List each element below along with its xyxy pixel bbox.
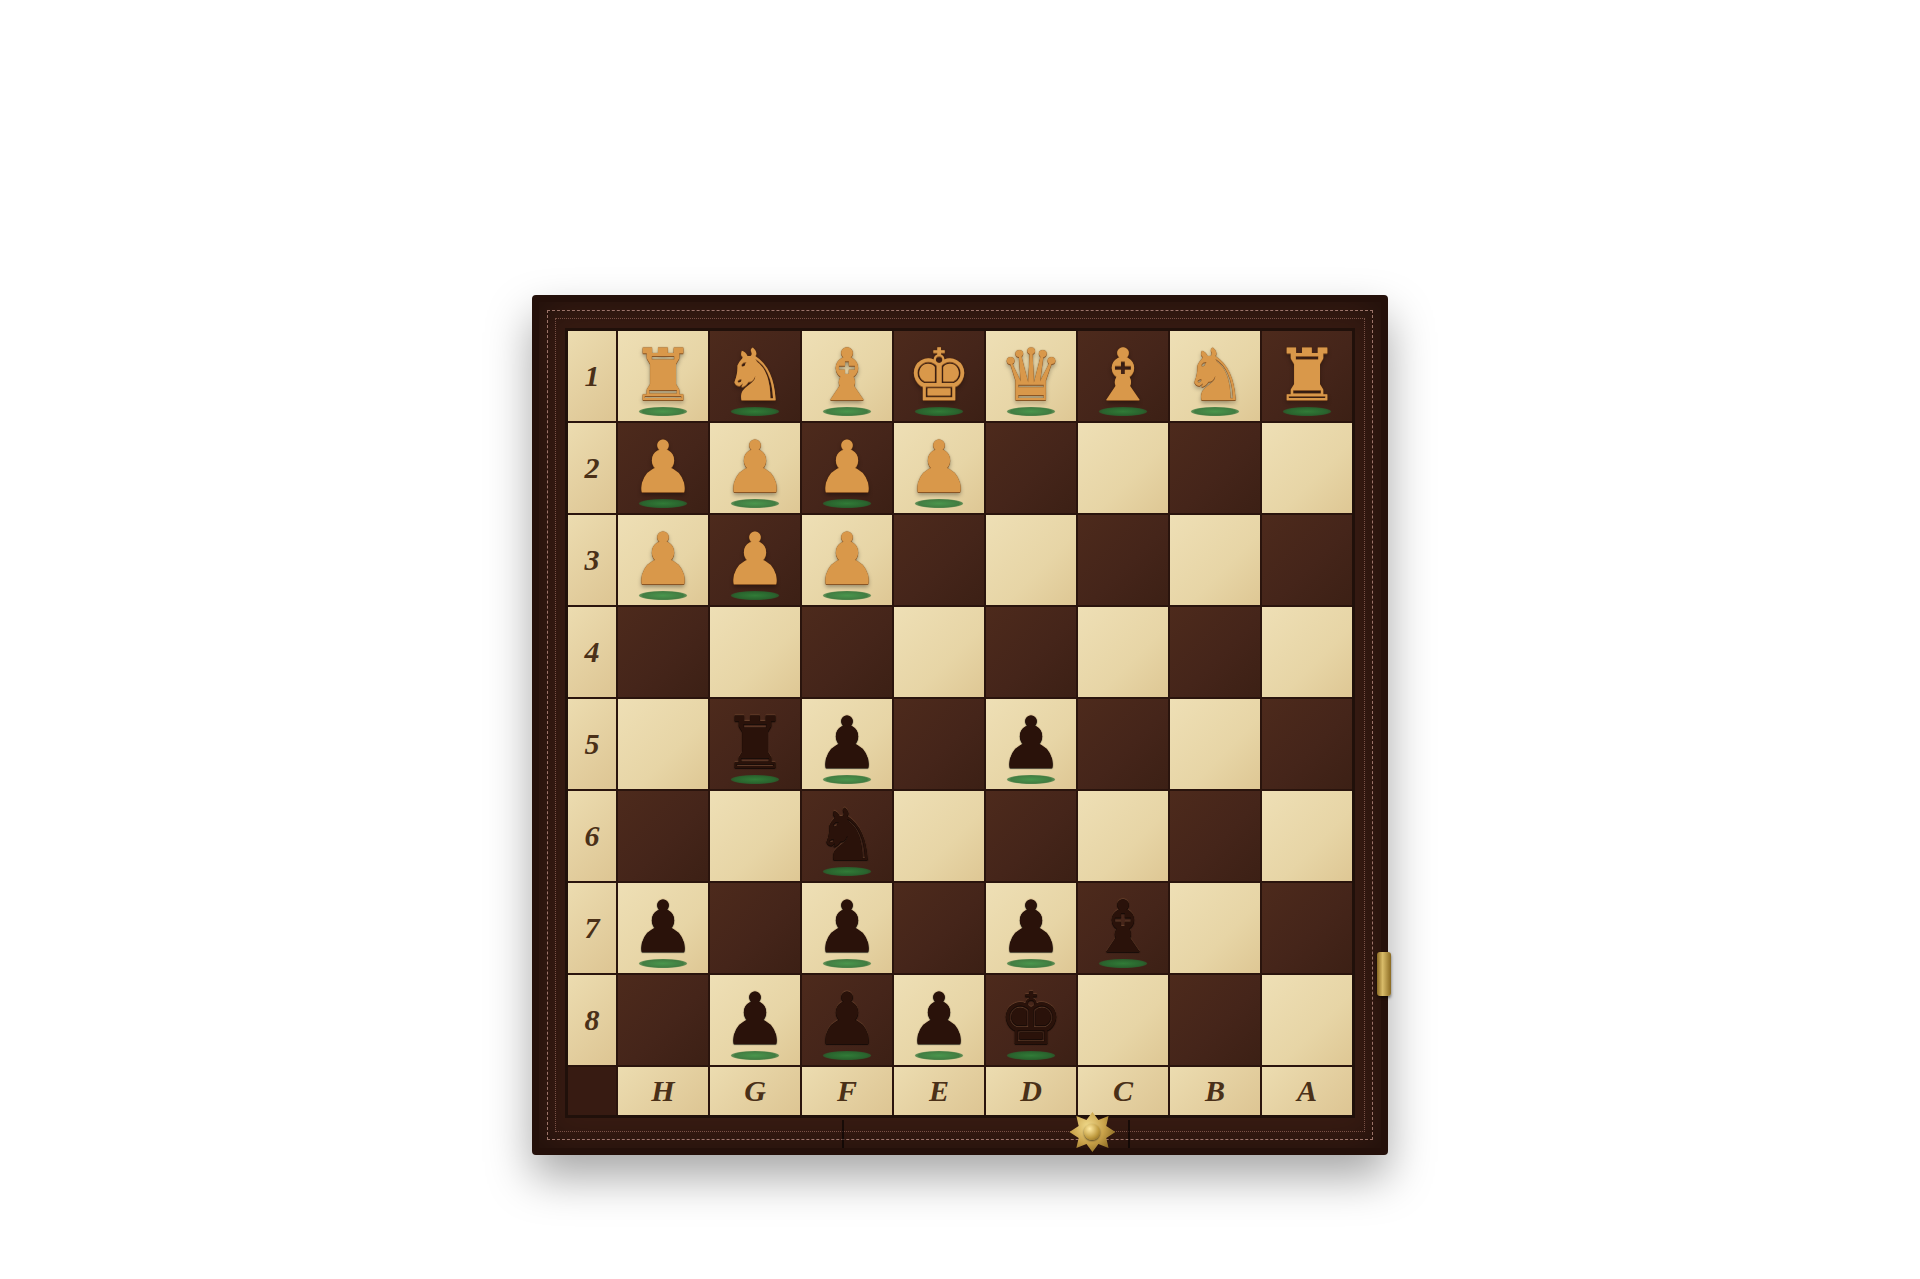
brass-clasp-icon bbox=[1069, 1112, 1115, 1152]
file-label-F: F bbox=[802, 1067, 892, 1115]
square-b2 bbox=[1170, 423, 1260, 513]
square-c2 bbox=[1078, 423, 1168, 513]
square-h2: ♟ bbox=[618, 423, 708, 513]
square-g5: ♜ bbox=[710, 699, 800, 789]
rank-label-7: 7 bbox=[568, 883, 616, 973]
square-c7: ♝ bbox=[1078, 883, 1168, 973]
square-e8: ♟ bbox=[894, 975, 984, 1065]
rank-label-6: 6 bbox=[568, 791, 616, 881]
board-frame: 1♜♞♝♚♛♝♞♜2♟♟♟♟3♟♟♟45♜♟♟6♞7♟♟♟♝8♟♟♟♚HGFED… bbox=[532, 295, 1388, 1155]
black-pawn: ♟ bbox=[723, 977, 788, 1063]
square-h1: ♜ bbox=[618, 331, 708, 421]
white-bishop: ♝ bbox=[815, 333, 880, 419]
square-f6: ♞ bbox=[802, 791, 892, 881]
square-a1: ♜ bbox=[1262, 331, 1352, 421]
square-c3 bbox=[1078, 515, 1168, 605]
square-h6 bbox=[618, 791, 708, 881]
square-h7: ♟ bbox=[618, 883, 708, 973]
white-queen: ♛ bbox=[999, 333, 1064, 419]
square-a4 bbox=[1262, 607, 1352, 697]
square-b8 bbox=[1170, 975, 1260, 1065]
white-pawn: ♟ bbox=[723, 517, 788, 603]
square-a2 bbox=[1262, 423, 1352, 513]
square-g2: ♟ bbox=[710, 423, 800, 513]
square-c4 bbox=[1078, 607, 1168, 697]
square-c6 bbox=[1078, 791, 1168, 881]
square-d6 bbox=[986, 791, 1076, 881]
file-label-G: G bbox=[710, 1067, 800, 1115]
square-a8 bbox=[1262, 975, 1352, 1065]
square-h5 bbox=[618, 699, 708, 789]
square-b5 bbox=[1170, 699, 1260, 789]
square-g1: ♞ bbox=[710, 331, 800, 421]
black-pawn: ♟ bbox=[999, 885, 1064, 971]
square-e5 bbox=[894, 699, 984, 789]
square-f1: ♝ bbox=[802, 331, 892, 421]
square-g4 bbox=[710, 607, 800, 697]
frame-seam bbox=[1128, 1120, 1130, 1148]
square-d8: ♚ bbox=[986, 975, 1076, 1065]
black-bishop: ♝ bbox=[1091, 885, 1156, 971]
square-c1: ♝ bbox=[1078, 331, 1168, 421]
square-a6 bbox=[1262, 791, 1352, 881]
black-rook: ♜ bbox=[723, 701, 788, 787]
square-f3: ♟ bbox=[802, 515, 892, 605]
black-pawn: ♟ bbox=[815, 701, 880, 787]
white-pawn: ♟ bbox=[631, 425, 696, 511]
white-king: ♚ bbox=[907, 333, 972, 419]
white-rook: ♜ bbox=[1275, 333, 1340, 419]
square-f4 bbox=[802, 607, 892, 697]
square-d5: ♟ bbox=[986, 699, 1076, 789]
square-f5: ♟ bbox=[802, 699, 892, 789]
square-f7: ♟ bbox=[802, 883, 892, 973]
square-h3: ♟ bbox=[618, 515, 708, 605]
white-knight: ♞ bbox=[723, 333, 788, 419]
white-knight: ♞ bbox=[1183, 333, 1248, 419]
square-g7 bbox=[710, 883, 800, 973]
square-g3: ♟ bbox=[710, 515, 800, 605]
square-e6 bbox=[894, 791, 984, 881]
black-pawn: ♟ bbox=[907, 977, 972, 1063]
square-b1: ♞ bbox=[1170, 331, 1260, 421]
white-pawn: ♟ bbox=[815, 425, 880, 511]
brass-knob bbox=[1084, 1124, 1100, 1140]
square-b4 bbox=[1170, 607, 1260, 697]
square-a5 bbox=[1262, 699, 1352, 789]
square-e7 bbox=[894, 883, 984, 973]
square-c5 bbox=[1078, 699, 1168, 789]
product-photo-scene: 1♜♞♝♚♛♝♞♜2♟♟♟♟3♟♟♟45♜♟♟6♞7♟♟♟♝8♟♟♟♚HGFED… bbox=[0, 0, 1920, 1279]
rank-label-2: 2 bbox=[568, 423, 616, 513]
white-pawn: ♟ bbox=[907, 425, 972, 511]
black-pawn: ♟ bbox=[815, 885, 880, 971]
white-rook: ♜ bbox=[631, 333, 696, 419]
frame-seam bbox=[842, 1120, 844, 1148]
square-d3 bbox=[986, 515, 1076, 605]
square-c8 bbox=[1078, 975, 1168, 1065]
file-label-A: A bbox=[1262, 1067, 1352, 1115]
square-e1: ♚ bbox=[894, 331, 984, 421]
square-b6 bbox=[1170, 791, 1260, 881]
rank-label-8: 8 bbox=[568, 975, 616, 1065]
square-b3 bbox=[1170, 515, 1260, 605]
square-h4 bbox=[618, 607, 708, 697]
chess-board-wrap: 1♜♞♝♚♛♝♞♜2♟♟♟♟3♟♟♟45♜♟♟6♞7♟♟♟♝8♟♟♟♚HGFED… bbox=[532, 295, 1388, 1155]
square-g6 bbox=[710, 791, 800, 881]
rank-label-1: 1 bbox=[568, 331, 616, 421]
square-e4 bbox=[894, 607, 984, 697]
file-label-E: E bbox=[894, 1067, 984, 1115]
chess-board: 1♜♞♝♚♛♝♞♜2♟♟♟♟3♟♟♟45♜♟♟6♞7♟♟♟♝8♟♟♟♚HGFED… bbox=[565, 328, 1355, 1118]
black-pawn: ♟ bbox=[631, 885, 696, 971]
square-a7 bbox=[1262, 883, 1352, 973]
square-d1: ♛ bbox=[986, 331, 1076, 421]
square-e3 bbox=[894, 515, 984, 605]
file-label-D: D bbox=[986, 1067, 1076, 1115]
white-bishop: ♝ bbox=[1091, 333, 1156, 419]
square-d4 bbox=[986, 607, 1076, 697]
black-pawn: ♟ bbox=[815, 977, 880, 1063]
square-g8: ♟ bbox=[710, 975, 800, 1065]
square-d2 bbox=[986, 423, 1076, 513]
file-label-C: C bbox=[1078, 1067, 1168, 1115]
rank-label-5: 5 bbox=[568, 699, 616, 789]
brass-hinge-icon bbox=[1377, 952, 1391, 996]
file-label-H: H bbox=[618, 1067, 708, 1115]
square-b7 bbox=[1170, 883, 1260, 973]
border-corner bbox=[568, 1067, 616, 1115]
black-knight: ♞ bbox=[815, 793, 880, 879]
rank-label-3: 3 bbox=[568, 515, 616, 605]
square-d7: ♟ bbox=[986, 883, 1076, 973]
square-h8 bbox=[618, 975, 708, 1065]
black-king: ♚ bbox=[999, 977, 1064, 1063]
white-pawn: ♟ bbox=[815, 517, 880, 603]
square-f8: ♟ bbox=[802, 975, 892, 1065]
square-a3 bbox=[1262, 515, 1352, 605]
white-pawn: ♟ bbox=[723, 425, 788, 511]
file-label-B: B bbox=[1170, 1067, 1260, 1115]
rank-label-4: 4 bbox=[568, 607, 616, 697]
black-pawn: ♟ bbox=[999, 701, 1064, 787]
square-f2: ♟ bbox=[802, 423, 892, 513]
white-pawn: ♟ bbox=[631, 517, 696, 603]
square-e2: ♟ bbox=[894, 423, 984, 513]
